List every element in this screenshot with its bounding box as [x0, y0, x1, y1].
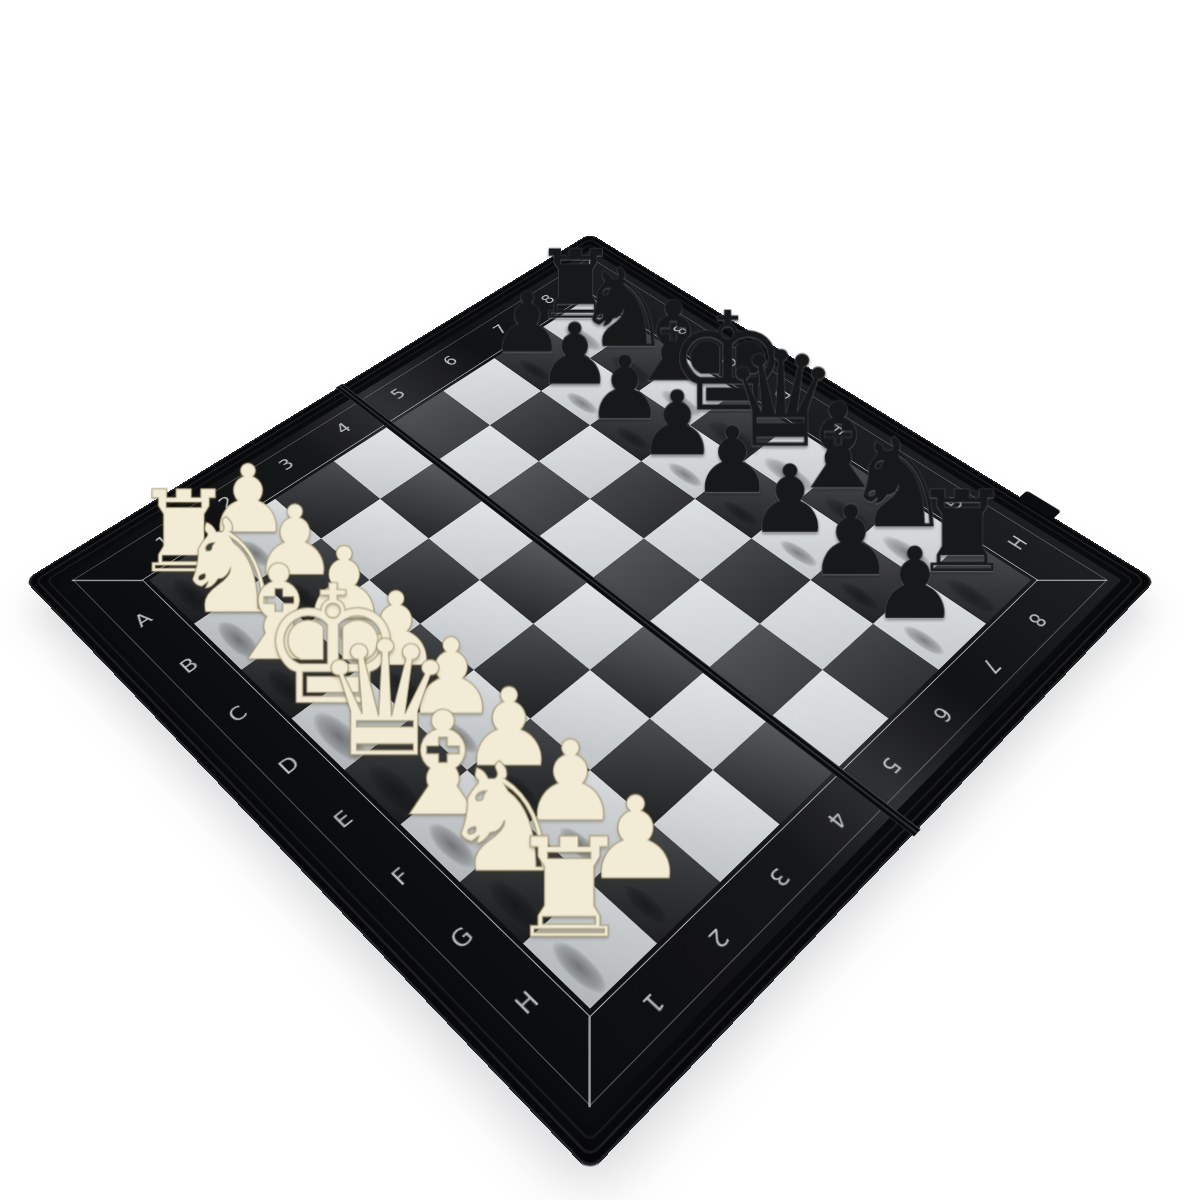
- piece-white-rook-h1: ♜: [489, 814, 649, 963]
- product-photo-scene: AABBCCDDEEFFGGHH1122334455667788♜♞♝♚♛♝♞♜…: [0, 0, 1200, 1200]
- perspective-wrap: AABBCCDDEEFFGGHH1122334455667788♜♞♝♚♛♝♞♜…: [0, 0, 1200, 1200]
- chess-board: AABBCCDDEEFFGGHH1122334455667788♜♞♝♚♛♝♞♜…: [24, 233, 1155, 1172]
- piece-black-pawn-h7: ♟: [848, 530, 982, 638]
